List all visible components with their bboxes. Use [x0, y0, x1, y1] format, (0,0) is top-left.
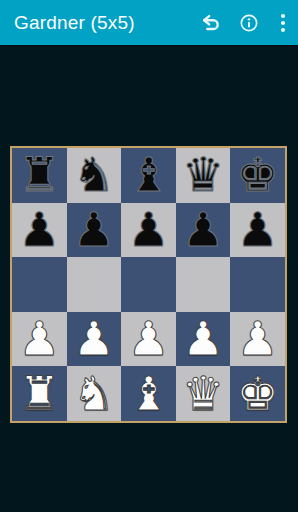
overflow-menu-button[interactable]	[268, 0, 298, 45]
square-a3[interactable]	[12, 257, 67, 312]
white-pawn: ♟	[127, 312, 169, 366]
square-c5[interactable]: ♝	[121, 148, 176, 203]
black-king: ♚	[237, 148, 279, 202]
white-pawn: ♟	[182, 312, 224, 366]
board-frame: ♜♞♝♛♚♟♟♟♟♟♟♟♟♟♟♜♞♝♛♚	[10, 146, 287, 423]
white-pawn: ♟	[237, 312, 279, 366]
black-pawn: ♟	[182, 203, 224, 257]
info-icon	[239, 13, 259, 33]
square-c3[interactable]	[121, 257, 176, 312]
square-b3[interactable]	[67, 257, 122, 312]
black-queen: ♛	[182, 148, 224, 202]
square-b5[interactable]: ♞	[67, 148, 122, 203]
square-d4[interactable]: ♟	[176, 203, 231, 258]
black-rook: ♜	[18, 148, 60, 202]
app-bar-actions	[192, 0, 298, 45]
square-e2[interactable]: ♟	[230, 312, 285, 367]
white-rook: ♜	[18, 367, 60, 421]
square-c4[interactable]: ♟	[121, 203, 176, 258]
square-e1[interactable]: ♚	[230, 366, 285, 421]
app-bar: Gardner (5x5)	[0, 0, 298, 45]
square-d5[interactable]: ♛	[176, 148, 231, 203]
square-e4[interactable]: ♟	[230, 203, 285, 258]
black-bishop: ♝	[127, 148, 169, 202]
square-a1[interactable]: ♜	[12, 366, 67, 421]
undo-button[interactable]	[192, 0, 230, 45]
chess-board: ♜♞♝♛♚♟♟♟♟♟♟♟♟♟♟♜♞♝♛♚	[12, 148, 285, 421]
square-a2[interactable]: ♟	[12, 312, 67, 367]
square-d3[interactable]	[176, 257, 231, 312]
info-button[interactable]	[230, 0, 268, 45]
app-screen: Gardner (5x5)	[0, 0, 298, 512]
square-a4[interactable]: ♟	[12, 203, 67, 258]
square-b2[interactable]: ♟	[67, 312, 122, 367]
app-title: Gardner (5x5)	[0, 12, 135, 34]
black-pawn: ♟	[73, 203, 115, 257]
white-pawn: ♟	[18, 312, 60, 366]
overflow-menu-icon	[274, 12, 292, 34]
square-e5[interactable]: ♚	[230, 148, 285, 203]
white-king: ♚	[237, 367, 279, 421]
square-b4[interactable]: ♟	[67, 203, 122, 258]
square-d1[interactable]: ♛	[176, 366, 231, 421]
square-d2[interactable]: ♟	[176, 312, 231, 367]
white-pawn: ♟	[73, 312, 115, 366]
square-c1[interactable]: ♝	[121, 366, 176, 421]
square-b1[interactable]: ♞	[67, 366, 122, 421]
square-a5[interactable]: ♜	[12, 148, 67, 203]
black-knight: ♞	[73, 148, 115, 202]
white-bishop: ♝	[127, 367, 169, 421]
black-pawn: ♟	[127, 203, 169, 257]
white-queen: ♛	[182, 367, 224, 421]
black-pawn: ♟	[237, 203, 279, 257]
game-area: ♜♞♝♛♚♟♟♟♟♟♟♟♟♟♟♜♞♝♛♚	[0, 45, 298, 512]
square-c2[interactable]: ♟	[121, 312, 176, 367]
white-knight: ♞	[73, 367, 115, 421]
square-e3[interactable]	[230, 257, 285, 312]
undo-icon	[200, 12, 222, 34]
black-pawn: ♟	[18, 203, 60, 257]
